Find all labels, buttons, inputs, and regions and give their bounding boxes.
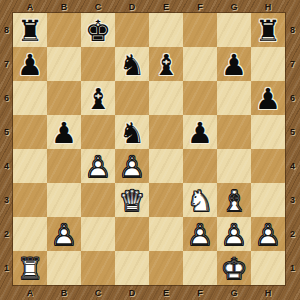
- piece-white-pawn[interactable]: ♟♙: [217, 217, 251, 251]
- black-pawn-icon: ♟: [251, 85, 285, 114]
- file-label-f: F: [183, 0, 217, 13]
- piece-black-knight[interactable]: ♞: [115, 115, 149, 149]
- square-d3[interactable]: ♛♕: [115, 183, 149, 217]
- file-labels-top: ABCDEFGH: [13, 0, 285, 13]
- rank-label-5: 5: [0, 115, 13, 149]
- piece-white-rook[interactable]: ♜♖: [13, 251, 47, 285]
- square-c5[interactable]: [81, 115, 115, 149]
- piece-black-pawn[interactable]: ♟: [47, 115, 81, 149]
- square-e5[interactable]: [149, 115, 183, 149]
- rank-label-6: 6: [0, 81, 13, 115]
- square-g5[interactable]: [217, 115, 251, 149]
- white-pawn-outline-icon: ♙: [251, 221, 285, 250]
- white-rook-outline-icon: ♖: [13, 255, 47, 284]
- square-b5[interactable]: ♟: [47, 115, 81, 149]
- black-king-icon: ♚: [81, 17, 115, 46]
- file-label-a: A: [13, 285, 47, 300]
- square-f3[interactable]: ♞♘: [183, 183, 217, 217]
- piece-black-knight[interactable]: ♞: [115, 47, 149, 81]
- file-label-a: A: [13, 0, 47, 13]
- chess-board-frame: ABCDEFGH ABCDEFGH 87654321 87654321 ♜♚♜♟…: [0, 0, 300, 300]
- rank-label-7: 7: [285, 47, 300, 81]
- rank-label-1: 1: [285, 251, 300, 285]
- square-h8[interactable]: ♜: [251, 13, 285, 47]
- square-e2[interactable]: [149, 217, 183, 251]
- piece-white-queen[interactable]: ♛♕: [115, 183, 149, 217]
- square-e1[interactable]: [149, 251, 183, 285]
- square-c2[interactable]: [81, 217, 115, 251]
- file-label-c: C: [81, 0, 115, 13]
- square-a3[interactable]: [13, 183, 47, 217]
- white-pawn-outline-icon: ♙: [47, 221, 81, 250]
- piece-white-king[interactable]: ♚♔: [217, 251, 251, 285]
- square-d5[interactable]: ♞: [115, 115, 149, 149]
- piece-black-bishop[interactable]: ♝: [149, 47, 183, 81]
- square-g2[interactable]: ♟♙: [217, 217, 251, 251]
- square-a2[interactable]: [13, 217, 47, 251]
- black-knight-icon: ♞: [115, 119, 149, 148]
- file-label-g: G: [217, 285, 251, 300]
- square-b2[interactable]: ♟♙: [47, 217, 81, 251]
- square-d8[interactable]: [115, 13, 149, 47]
- rank-label-4: 4: [285, 149, 300, 183]
- file-label-b: B: [47, 0, 81, 13]
- piece-black-pawn[interactable]: ♟: [217, 47, 251, 81]
- square-h6[interactable]: ♟: [251, 81, 285, 115]
- piece-white-pawn[interactable]: ♟♙: [115, 149, 149, 183]
- white-pawn-outline-icon: ♙: [115, 153, 149, 182]
- square-g3[interactable]: ♝♗: [217, 183, 251, 217]
- square-h4[interactable]: [251, 149, 285, 183]
- file-label-h: H: [251, 0, 285, 13]
- square-f8[interactable]: [183, 13, 217, 47]
- black-pawn-icon: ♟: [13, 51, 47, 80]
- file-label-f: F: [183, 285, 217, 300]
- square-a8[interactable]: ♜: [13, 13, 47, 47]
- square-b3[interactable]: [47, 183, 81, 217]
- black-bishop-icon: ♝: [149, 51, 183, 80]
- piece-white-pawn[interactable]: ♟♙: [183, 217, 217, 251]
- rank-labels-right: 87654321: [285, 13, 300, 285]
- piece-white-bishop[interactable]: ♝♗: [217, 183, 251, 217]
- rank-label-3: 3: [0, 183, 13, 217]
- square-b7[interactable]: [47, 47, 81, 81]
- square-c7[interactable]: [81, 47, 115, 81]
- square-a6[interactable]: [13, 81, 47, 115]
- file-label-g: G: [217, 0, 251, 13]
- square-a4[interactable]: [13, 149, 47, 183]
- rank-label-6: 6: [285, 81, 300, 115]
- rank-label-7: 7: [0, 47, 13, 81]
- square-c8[interactable]: ♚: [81, 13, 115, 47]
- file-label-b: B: [47, 285, 81, 300]
- square-h1[interactable]: [251, 251, 285, 285]
- piece-black-pawn[interactable]: ♟: [13, 47, 47, 81]
- piece-black-pawn[interactable]: ♟: [251, 81, 285, 115]
- piece-white-pawn[interactable]: ♟♙: [81, 149, 115, 183]
- square-f1[interactable]: [183, 251, 217, 285]
- square-h7[interactable]: [251, 47, 285, 81]
- square-d6[interactable]: [115, 81, 149, 115]
- file-label-e: E: [149, 0, 183, 13]
- black-bishop-icon: ♝: [81, 85, 115, 114]
- square-e7[interactable]: ♝: [149, 47, 183, 81]
- square-d7[interactable]: ♞: [115, 47, 149, 81]
- square-f2[interactable]: ♟♙: [183, 217, 217, 251]
- piece-white-pawn[interactable]: ♟♙: [47, 217, 81, 251]
- white-knight-outline-icon: ♘: [183, 187, 217, 216]
- square-e3[interactable]: [149, 183, 183, 217]
- square-f7[interactable]: [183, 47, 217, 81]
- white-king-outline-icon: ♔: [217, 255, 251, 284]
- square-h3[interactable]: [251, 183, 285, 217]
- square-g7[interactable]: ♟: [217, 47, 251, 81]
- rank-label-3: 3: [285, 183, 300, 217]
- rank-label-4: 4: [0, 149, 13, 183]
- file-label-e: E: [149, 285, 183, 300]
- file-label-d: D: [115, 285, 149, 300]
- square-a7[interactable]: ♟: [13, 47, 47, 81]
- rank-label-1: 1: [0, 251, 13, 285]
- square-g6[interactable]: [217, 81, 251, 115]
- white-queen-outline-icon: ♕: [115, 187, 149, 216]
- square-e4[interactable]: [149, 149, 183, 183]
- rank-label-5: 5: [285, 115, 300, 149]
- chess-board: ♜♚♜♟♞♝♟♝♟♟♞♟♟♙♟♙♛♕♞♘♝♗♟♙♟♙♟♙♟♙♜♖♚♔: [13, 13, 285, 285]
- black-knight-icon: ♞: [115, 51, 149, 80]
- black-pawn-icon: ♟: [47, 119, 81, 148]
- square-c3[interactable]: [81, 183, 115, 217]
- piece-black-rook[interactable]: ♜: [13, 13, 47, 47]
- square-c1[interactable]: [81, 251, 115, 285]
- square-d2[interactable]: [115, 217, 149, 251]
- white-pawn-outline-icon: ♙: [81, 153, 115, 182]
- square-d4[interactable]: ♟♙: [115, 149, 149, 183]
- file-label-c: C: [81, 285, 115, 300]
- file-labels-bottom: ABCDEFGH: [13, 285, 285, 300]
- square-f4[interactable]: [183, 149, 217, 183]
- square-b1[interactable]: [47, 251, 81, 285]
- square-b8[interactable]: [47, 13, 81, 47]
- file-label-d: D: [115, 0, 149, 13]
- rank-label-2: 2: [285, 217, 300, 251]
- piece-white-knight[interactable]: ♞♘: [183, 183, 217, 217]
- square-d1[interactable]: [115, 251, 149, 285]
- square-f5[interactable]: ♟: [183, 115, 217, 149]
- square-f6[interactable]: [183, 81, 217, 115]
- piece-white-pawn[interactable]: ♟♙: [251, 217, 285, 251]
- black-rook-icon: ♜: [251, 17, 285, 46]
- square-h2[interactable]: ♟♙: [251, 217, 285, 251]
- square-e8[interactable]: [149, 13, 183, 47]
- white-pawn-outline-icon: ♙: [217, 221, 251, 250]
- black-pawn-icon: ♟: [183, 119, 217, 148]
- square-h5[interactable]: [251, 115, 285, 149]
- rank-labels-left: 87654321: [0, 13, 13, 285]
- square-e6[interactable]: [149, 81, 183, 115]
- white-bishop-outline-icon: ♗: [217, 187, 251, 216]
- file-label-h: H: [251, 285, 285, 300]
- square-b6[interactable]: [47, 81, 81, 115]
- square-a5[interactable]: [13, 115, 47, 149]
- square-a1[interactable]: ♜♖: [13, 251, 47, 285]
- square-g1[interactable]: ♚♔: [217, 251, 251, 285]
- rank-label-8: 8: [0, 13, 13, 47]
- square-c4[interactable]: ♟♙: [81, 149, 115, 183]
- rank-label-8: 8: [285, 13, 300, 47]
- piece-black-pawn[interactable]: ♟: [183, 115, 217, 149]
- rank-label-2: 2: [0, 217, 13, 251]
- square-c6[interactable]: ♝: [81, 81, 115, 115]
- black-pawn-icon: ♟: [217, 51, 251, 80]
- white-pawn-outline-icon: ♙: [183, 221, 217, 250]
- piece-black-bishop[interactable]: ♝: [81, 81, 115, 115]
- black-rook-icon: ♜: [13, 17, 47, 46]
- square-g4[interactable]: [217, 149, 251, 183]
- piece-black-king[interactable]: ♚: [81, 13, 115, 47]
- piece-black-rook[interactable]: ♜: [251, 13, 285, 47]
- square-g8[interactable]: [217, 13, 251, 47]
- square-b4[interactable]: [47, 149, 81, 183]
